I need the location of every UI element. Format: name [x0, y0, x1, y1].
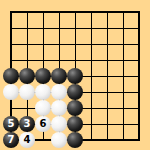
black-stone	[19, 68, 35, 84]
white-stone	[51, 116, 67, 132]
black-stone	[3, 68, 19, 84]
black-stone	[67, 84, 83, 100]
white-stone	[51, 132, 67, 148]
black-stone: 7	[3, 132, 19, 148]
black-stone	[67, 116, 83, 132]
black-stone: 5	[3, 116, 19, 132]
move-number-label: 3	[24, 119, 31, 129]
grid-line-vertical	[91, 12, 92, 141]
grid-line-vertical	[139, 12, 140, 141]
black-stone	[67, 132, 83, 148]
grid-line-vertical	[123, 12, 124, 141]
white-stone: 6	[35, 116, 51, 132]
white-stone	[35, 84, 51, 100]
white-stone: 4	[19, 132, 35, 148]
white-stone	[35, 100, 51, 116]
go-diagram: 53674	[0, 0, 150, 150]
move-number-label: 7	[8, 135, 15, 145]
grid-line-vertical	[107, 12, 108, 141]
white-stone	[51, 84, 67, 100]
go-board[interactable]: 53674	[11, 12, 139, 140]
black-stone	[51, 68, 67, 84]
black-stone	[67, 100, 83, 116]
white-stone	[3, 84, 19, 100]
move-number-label: 5	[8, 119, 15, 129]
black-stone: 3	[19, 116, 35, 132]
move-number-label: 4	[24, 135, 31, 145]
white-stone	[51, 100, 67, 116]
black-stone	[67, 68, 83, 84]
move-number-label: 6	[40, 119, 47, 129]
white-stone	[19, 84, 35, 100]
black-stone	[35, 68, 51, 84]
